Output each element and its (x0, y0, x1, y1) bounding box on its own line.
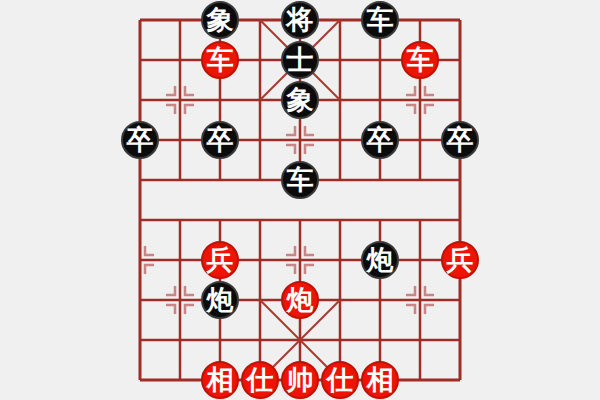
piece-label: 卒 (367, 126, 394, 153)
piece-label: 炮 (367, 246, 394, 273)
piece-black-cannon[interactable]: 炮 (201, 281, 239, 319)
piece-label: 象 (287, 86, 314, 113)
piece-red-soldier[interactable]: 兵 (441, 241, 479, 279)
piece-black-elephant[interactable]: 象 (281, 81, 319, 119)
piece-red-elephant[interactable]: 相 (201, 361, 239, 399)
board: 象将车车士车象卒卒卒卒车兵炮兵炮炮相仕帅仕相 (120, 0, 480, 400)
piece-red-cannon[interactable]: 炮 (281, 281, 319, 319)
piece-black-soldier[interactable]: 卒 (201, 121, 239, 159)
piece-label: 将 (287, 6, 314, 33)
piece-label: 兵 (207, 246, 234, 273)
piece-label: 相 (367, 366, 394, 393)
piece-black-soldier[interactable]: 卒 (121, 121, 159, 159)
piece-label: 仕 (327, 366, 354, 393)
piece-label: 炮 (207, 286, 234, 313)
piece-label: 卒 (127, 126, 154, 153)
piece-red-advisor[interactable]: 仕 (321, 361, 359, 399)
piece-black-general[interactable]: 将 (281, 1, 319, 39)
piece-label: 仕 (247, 366, 274, 393)
piece-black-chariot[interactable]: 车 (281, 161, 319, 199)
piece-label: 士 (287, 46, 314, 73)
piece-label: 兵 (447, 246, 474, 273)
piece-black-soldier[interactable]: 卒 (361, 121, 399, 159)
xiangqi-screenshot: 象将车车士车象卒卒卒卒车兵炮兵炮炮相仕帅仕相 (0, 0, 600, 400)
piece-red-general[interactable]: 帅 (281, 361, 319, 399)
piece-label: 卒 (447, 126, 474, 153)
piece-red-soldier[interactable]: 兵 (201, 241, 239, 279)
piece-label: 卒 (207, 126, 234, 153)
piece-red-elephant[interactable]: 相 (361, 361, 399, 399)
piece-label: 车 (287, 166, 314, 193)
piece-red-chariot[interactable]: 车 (401, 41, 439, 79)
piece-red-advisor[interactable]: 仕 (241, 361, 279, 399)
piece-label: 相 (207, 366, 234, 393)
piece-label: 帅 (287, 366, 314, 393)
piece-black-elephant[interactable]: 象 (201, 1, 239, 39)
piece-label: 炮 (287, 286, 314, 313)
piece-label: 车 (207, 46, 234, 73)
piece-black-chariot[interactable]: 车 (361, 1, 399, 39)
piece-black-advisor[interactable]: 士 (281, 41, 319, 79)
piece-red-chariot[interactable]: 车 (201, 41, 239, 79)
piece-label: 车 (407, 46, 434, 73)
piece-label: 车 (367, 6, 394, 33)
piece-black-cannon[interactable]: 炮 (361, 241, 399, 279)
piece-label: 象 (207, 6, 234, 33)
piece-black-soldier[interactable]: 卒 (441, 121, 479, 159)
